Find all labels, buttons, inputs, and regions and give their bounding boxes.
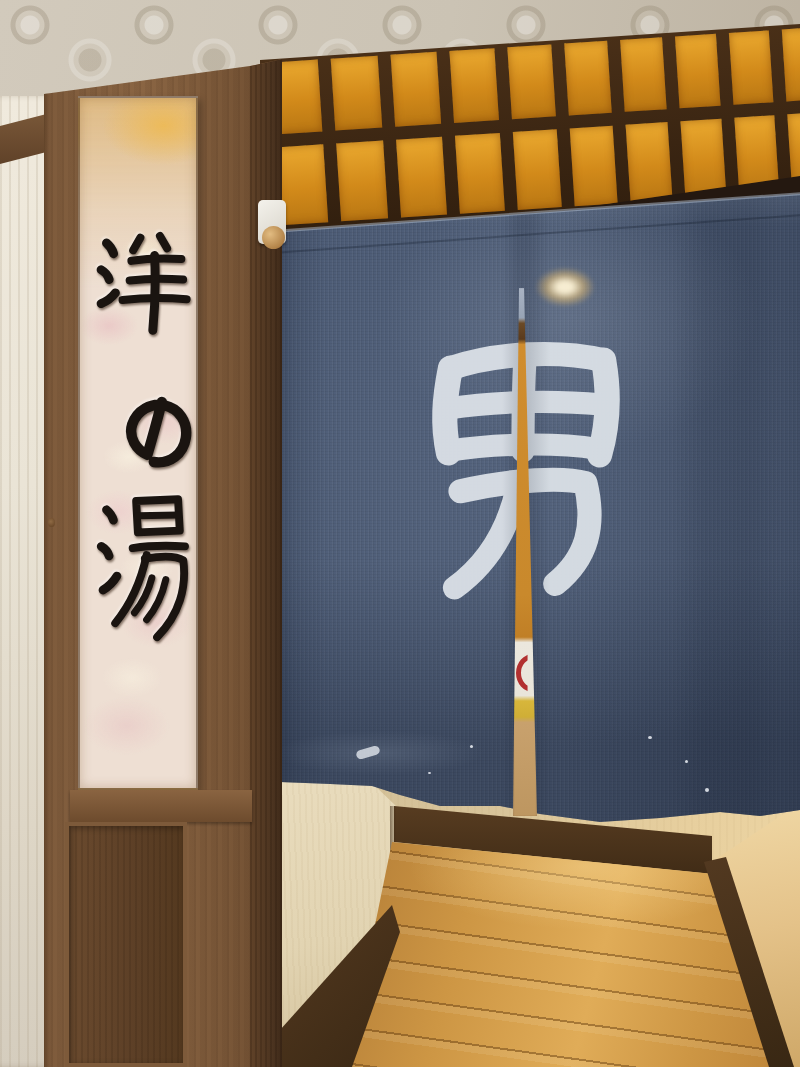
sign-character-you-text: 洋 — [80, 98, 81, 99]
lattice-cell-glow — [336, 141, 388, 222]
lattice-cell-glow — [729, 30, 774, 104]
lattice-cell-glow — [782, 27, 800, 101]
entrance-pillar: 洋 の 湯 — [40, 50, 282, 1067]
lint-speck — [428, 772, 431, 774]
lattice-cell-glow — [455, 133, 505, 214]
lattice-cell-glow — [391, 52, 442, 127]
lattice-cell-glow — [564, 41, 612, 116]
lint-speck — [648, 736, 652, 739]
scene-canvas: 男 洋 — [0, 0, 800, 1067]
lattice-cell-glow — [570, 126, 618, 207]
lattice-cell-glow — [620, 37, 667, 112]
curtain-rod-end — [262, 226, 285, 249]
lint-speck — [705, 788, 709, 792]
lattice-cell-glow — [507, 44, 556, 119]
sign-character-yu-text: 湯 — [80, 98, 81, 99]
sign-character-no-text: の — [80, 98, 81, 99]
wood-knot — [48, 518, 55, 527]
lattice-cell-glow — [626, 122, 673, 203]
pillar-lower-panel — [65, 822, 187, 1067]
lattice-cell-glow — [396, 137, 447, 218]
lattice-cell-glow — [513, 129, 562, 210]
pillar-lower-rail — [70, 790, 252, 822]
lint-speck — [470, 745, 473, 748]
lint-speck — [685, 760, 688, 763]
lattice-cell-glow — [680, 119, 726, 199]
lattice-cell-glow — [675, 34, 721, 108]
sign-character-no — [116, 394, 198, 474]
bathhouse-sign: 洋 の 湯 — [78, 96, 198, 790]
sign-character-you — [94, 230, 192, 338]
lattice-cell-glow — [449, 48, 499, 123]
sign-character-yu — [96, 492, 192, 654]
lattice-cell-glow — [331, 56, 383, 131]
